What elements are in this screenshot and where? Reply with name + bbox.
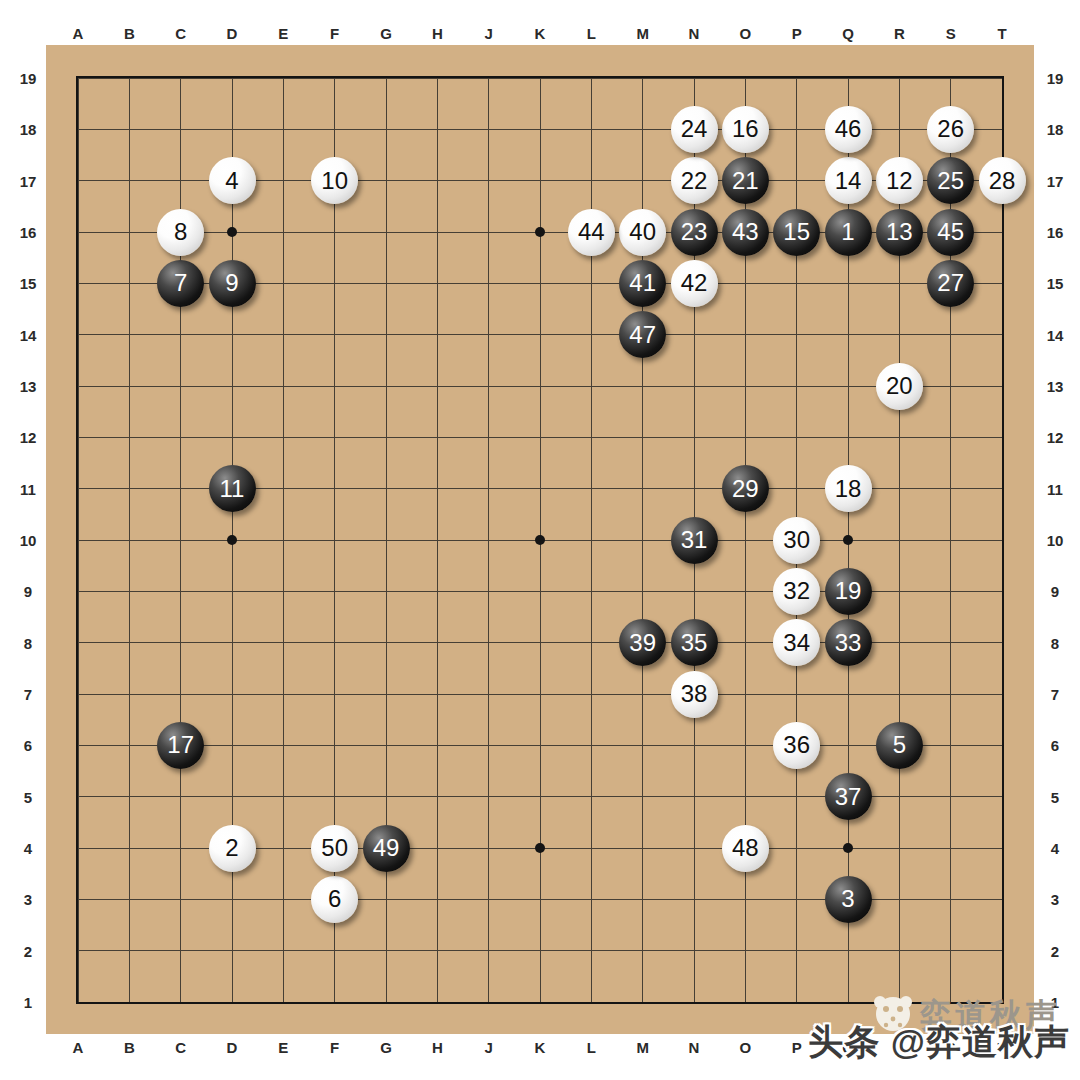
- row-label-left: 8: [24, 634, 32, 651]
- col-label-bottom: F: [330, 1039, 339, 1056]
- star-point: [227, 535, 237, 545]
- col-label-top: G: [380, 25, 392, 42]
- col-label-top: K: [535, 25, 546, 42]
- row-label-left: 19: [20, 70, 37, 87]
- row-label-right: 12: [1047, 429, 1064, 446]
- col-label-bottom: J: [484, 1039, 492, 1056]
- col-label-bottom: O: [739, 1039, 751, 1056]
- row-label-left: 11: [20, 480, 36, 497]
- stone-black-31: 31: [671, 517, 718, 564]
- stone-white-12: 12: [876, 157, 923, 204]
- col-label-top: N: [689, 25, 700, 42]
- stone-white-50: 50: [311, 825, 358, 872]
- stone-white-16: 16: [722, 106, 769, 153]
- row-label-left: 16: [20, 224, 37, 241]
- row-label-right: 4: [1051, 840, 1059, 857]
- row-label-left: 9: [24, 583, 32, 600]
- row-label-right: 2: [1051, 942, 1059, 959]
- col-label-bottom: N: [689, 1039, 700, 1056]
- stone-white-32: 32: [773, 568, 820, 615]
- row-label-left: 15: [20, 275, 37, 292]
- col-label-bottom: S: [946, 1039, 956, 1056]
- stone-white-14: 14: [825, 157, 872, 204]
- stone-black-15: 15: [773, 209, 820, 256]
- col-label-bottom: K: [535, 1039, 546, 1056]
- col-label-top: A: [73, 25, 84, 42]
- stone-black-35: 35: [671, 619, 718, 666]
- row-label-right: 19: [1047, 70, 1064, 87]
- col-label-bottom: H: [432, 1039, 443, 1056]
- col-label-bottom: R: [894, 1039, 905, 1056]
- row-label-right: 18: [1047, 121, 1064, 138]
- col-label-bottom: Q: [842, 1039, 854, 1056]
- go-diagram-page: AABBCCDDEEFFGGHHJJKKLLMMNNOOPPQQRRSSTT19…: [0, 0, 1080, 1080]
- stone-white-48: 48: [722, 825, 769, 872]
- row-label-right: 11: [1047, 480, 1063, 497]
- row-label-left: 3: [24, 891, 32, 908]
- col-label-bottom: L: [587, 1039, 596, 1056]
- col-label-top: D: [227, 25, 238, 42]
- col-label-bottom: A: [73, 1039, 84, 1056]
- row-label-left: 10: [20, 532, 37, 549]
- stone-black-5: 5: [876, 722, 923, 769]
- star-point: [843, 843, 853, 853]
- stone-black-11: 11: [209, 465, 256, 512]
- stone-white-36: 36: [773, 722, 820, 769]
- stone-white-46: 46: [825, 106, 872, 153]
- row-label-right: 1: [1051, 994, 1059, 1011]
- row-label-right: 3: [1051, 891, 1059, 908]
- row-label-left: 1: [24, 994, 32, 1011]
- col-label-top: R: [894, 25, 905, 42]
- stone-black-39: 39: [619, 619, 666, 666]
- stone-black-19: 19: [825, 568, 872, 615]
- row-label-left: 7: [24, 686, 32, 703]
- stone-black-27: 27: [927, 260, 974, 307]
- row-label-left: 2: [24, 942, 32, 959]
- stone-black-23: 23: [671, 209, 718, 256]
- stone-black-37: 37: [825, 773, 872, 820]
- stone-white-10: 10: [311, 157, 358, 204]
- col-label-top: T: [997, 25, 1006, 42]
- stone-black-43: 43: [722, 209, 769, 256]
- col-label-bottom: P: [792, 1039, 802, 1056]
- stone-black-33: 33: [825, 619, 872, 666]
- stone-white-20: 20: [876, 363, 923, 410]
- row-label-left: 13: [20, 378, 37, 395]
- stone-black-1: 1: [825, 209, 872, 256]
- stone-white-38: 38: [671, 671, 718, 718]
- stone-white-44: 44: [568, 209, 615, 256]
- stone-black-7: 7: [157, 260, 204, 307]
- col-label-bottom: M: [636, 1039, 649, 1056]
- stone-white-22: 22: [671, 157, 718, 204]
- stone-white-28: 28: [979, 157, 1026, 204]
- stone-white-2: 2: [209, 825, 256, 872]
- row-label-left: 6: [24, 737, 32, 754]
- col-label-top: B: [124, 25, 135, 42]
- col-label-top: C: [175, 25, 186, 42]
- col-label-top: M: [636, 25, 649, 42]
- col-label-top: P: [792, 25, 802, 42]
- stone-black-47: 47: [619, 311, 666, 358]
- row-label-right: 15: [1047, 275, 1064, 292]
- row-label-right: 14: [1047, 326, 1064, 343]
- stone-black-29: 29: [722, 465, 769, 512]
- stone-black-9: 9: [209, 260, 256, 307]
- row-label-left: 12: [20, 429, 37, 446]
- col-label-bottom: B: [124, 1039, 135, 1056]
- star-point: [535, 227, 545, 237]
- row-label-right: 13: [1047, 378, 1064, 395]
- stone-white-8: 8: [157, 209, 204, 256]
- star-point: [843, 535, 853, 545]
- stone-white-30: 30: [773, 517, 820, 564]
- stone-black-13: 13: [876, 209, 923, 256]
- stone-black-25: 25: [927, 157, 974, 204]
- col-label-bottom: T: [997, 1039, 1006, 1056]
- stone-white-40: 40: [619, 209, 666, 256]
- row-label-right: 17: [1047, 172, 1064, 189]
- star-point: [535, 535, 545, 545]
- col-label-top: E: [278, 25, 288, 42]
- stone-white-18: 18: [825, 465, 872, 512]
- stone-white-42: 42: [671, 260, 718, 307]
- row-label-left: 17: [20, 172, 37, 189]
- row-label-right: 10: [1047, 532, 1064, 549]
- row-label-right: 16: [1047, 224, 1064, 241]
- row-label-right: 6: [1051, 737, 1059, 754]
- stone-black-21: 21: [722, 157, 769, 204]
- star-point: [535, 843, 545, 853]
- stone-black-17: 17: [157, 722, 204, 769]
- star-point: [227, 227, 237, 237]
- col-label-top: S: [946, 25, 956, 42]
- col-label-top: L: [587, 25, 596, 42]
- col-label-top: Q: [842, 25, 854, 42]
- stone-black-49: 49: [363, 825, 410, 872]
- row-label-right: 7: [1051, 686, 1059, 703]
- row-label-right: 5: [1051, 788, 1059, 805]
- col-label-bottom: C: [175, 1039, 186, 1056]
- col-label-bottom: D: [227, 1039, 238, 1056]
- row-label-right: 8: [1051, 634, 1059, 651]
- col-label-top: F: [330, 25, 339, 42]
- stone-white-24: 24: [671, 106, 718, 153]
- row-label-left: 5: [24, 788, 32, 805]
- stone-white-6: 6: [311, 876, 358, 923]
- row-label-right: 9: [1051, 583, 1059, 600]
- stone-black-3: 3: [825, 876, 872, 923]
- col-label-top: J: [484, 25, 492, 42]
- col-label-bottom: E: [278, 1039, 288, 1056]
- stone-black-41: 41: [619, 260, 666, 307]
- row-label-left: 18: [20, 121, 37, 138]
- col-label-top: O: [739, 25, 751, 42]
- row-label-left: 14: [20, 326, 37, 343]
- col-label-bottom: G: [380, 1039, 392, 1056]
- stone-white-26: 26: [927, 106, 974, 153]
- stone-black-45: 45: [927, 209, 974, 256]
- col-label-top: H: [432, 25, 443, 42]
- row-label-left: 4: [24, 840, 32, 857]
- stone-white-4: 4: [209, 157, 256, 204]
- stone-white-34: 34: [773, 619, 820, 666]
